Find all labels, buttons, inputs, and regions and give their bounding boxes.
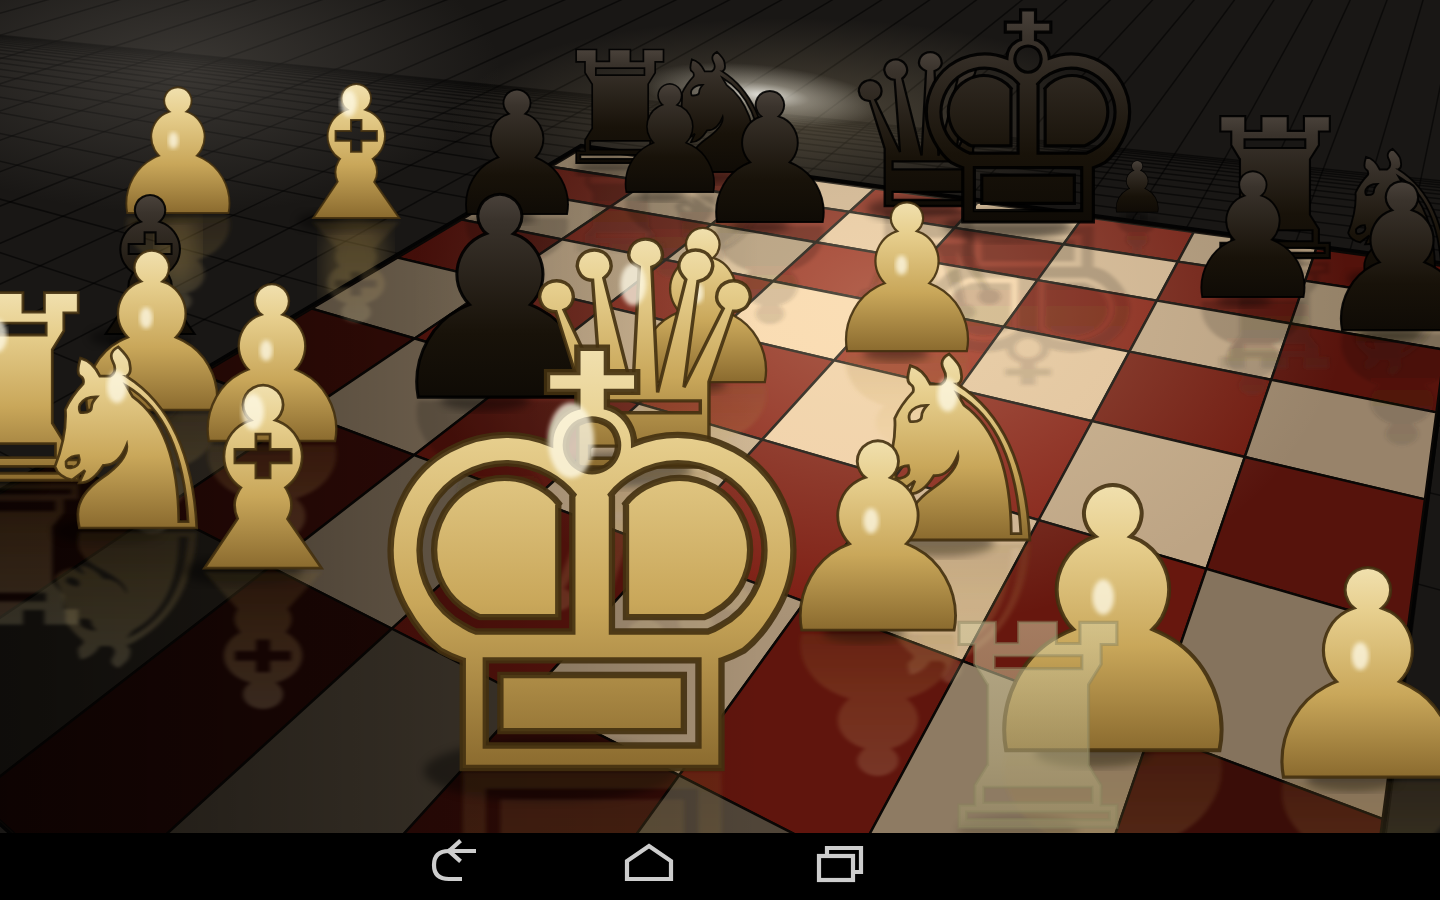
piece-white-king-e1[interactable]: ♚♚ — [334, 234, 850, 900]
svg-text:♟: ♟ — [1239, 511, 1440, 845]
android-navbar — [0, 833, 1440, 900]
svg-text:♟: ♟ — [1311, 141, 1440, 378]
svg-text:♟: ♟ — [1176, 137, 1330, 338]
android-screen: ♜♜♞♞♟♟♛♛♟♟♟♟♟♟♝♝♟♟♚♚♜♜♞♞♟♟♟♟♝♝♟♟♟♟♟♟♟♟♟♟… — [0, 0, 1440, 900]
svg-text:♚: ♚ — [334, 234, 850, 900]
piece-black-pawn-g7[interactable]: ♟♟ — [1176, 137, 1330, 421]
chess-3d-scene: ♜♜♞♞♟♟♛♛♟♟♟♟♟♟♝♝♟♟♚♚♜♜♞♞♟♟♟♟♝♝♟♟♟♟♟♟♟♟♟♟… — [0, 0, 1440, 900]
piece-black-pawn-h7[interactable]: ♟♟ — [1311, 141, 1440, 476]
